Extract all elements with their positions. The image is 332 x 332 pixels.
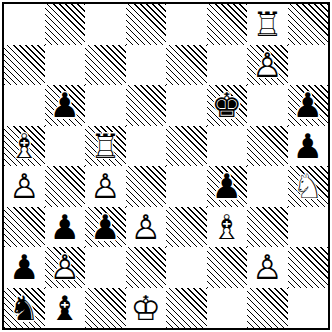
square-f1[interactable] (207, 288, 248, 329)
white-rook: ♜♖ (85, 126, 126, 167)
square-a5[interactable]: ♝♗ (4, 126, 45, 167)
black-pawn-icon: ♟ (293, 129, 323, 163)
black-pawn: ♟ (85, 207, 126, 248)
white-pawn: ♟♙ (247, 247, 288, 288)
black-pawn-icon: ♟ (90, 210, 120, 244)
white-rook-icon: ♖ (90, 129, 120, 163)
black-pawn-icon: ♟ (50, 210, 80, 244)
square-h4[interactable]: ♞♘ (288, 166, 329, 207)
square-e6[interactable] (166, 85, 207, 126)
square-g2[interactable]: ♟♙ (247, 247, 288, 288)
white-rook-icon: ♖ (252, 7, 282, 41)
square-h7[interactable] (288, 45, 329, 86)
square-b2[interactable]: ♟♙ (45, 247, 86, 288)
white-bishop: ♝♗ (207, 207, 248, 248)
square-a4[interactable]: ♟♙ (4, 166, 45, 207)
square-g4[interactable] (247, 166, 288, 207)
square-b4[interactable] (45, 166, 86, 207)
white-pawn-icon: ♙ (50, 250, 80, 284)
square-d8[interactable] (126, 4, 167, 45)
square-c7[interactable] (85, 45, 126, 86)
board-frame: ♜♖♟♙♟♚♟♝♗♜♖♟♟♙♟♙♟♞♘♟♟♟♙♝♗♟♟♙♟♙♞♝♚♔ (2, 2, 330, 330)
white-bishop: ♝♗ (4, 126, 45, 167)
square-d2[interactable] (126, 247, 167, 288)
black-pawn: ♟ (45, 85, 86, 126)
square-g8[interactable]: ♜♖ (247, 4, 288, 45)
black-pawn: ♟ (288, 85, 329, 126)
square-e5[interactable] (166, 126, 207, 167)
white-knight-icon: ♘ (293, 169, 323, 203)
black-king-icon: ♚ (212, 88, 242, 122)
square-a8[interactable] (4, 4, 45, 45)
square-h5[interactable]: ♟ (288, 126, 329, 167)
square-c1[interactable] (85, 288, 126, 329)
square-f8[interactable] (207, 4, 248, 45)
square-h6[interactable]: ♟ (288, 85, 329, 126)
square-h2[interactable] (288, 247, 329, 288)
white-pawn: ♟♙ (45, 247, 86, 288)
square-e7[interactable] (166, 45, 207, 86)
square-c8[interactable] (85, 4, 126, 45)
black-pawn: ♟ (288, 126, 329, 167)
chess-diagram: ♜♖♟♙♟♚♟♝♗♜♖♟♟♙♟♙♟♞♘♟♟♟♙♝♗♟♟♙♟♙♞♝♚♔ (0, 0, 332, 332)
white-pawn-icon: ♙ (252, 250, 282, 284)
white-pawn-icon: ♙ (9, 169, 39, 203)
square-d3[interactable]: ♟♙ (126, 207, 167, 248)
white-pawn-icon: ♙ (90, 169, 120, 203)
square-d6[interactable] (126, 85, 167, 126)
white-bishop-icon: ♗ (212, 210, 242, 244)
square-e3[interactable] (166, 207, 207, 248)
black-pawn: ♟ (45, 207, 86, 248)
square-g3[interactable] (247, 207, 288, 248)
square-e2[interactable] (166, 247, 207, 288)
black-pawn-icon: ♟ (293, 88, 323, 122)
square-c5[interactable]: ♜♖ (85, 126, 126, 167)
square-b6[interactable]: ♟ (45, 85, 86, 126)
square-d7[interactable] (126, 45, 167, 86)
square-a3[interactable] (4, 207, 45, 248)
square-f3[interactable]: ♝♗ (207, 207, 248, 248)
square-d4[interactable] (126, 166, 167, 207)
black-bishop: ♝ (45, 288, 86, 329)
square-f4[interactable]: ♟ (207, 166, 248, 207)
white-knight: ♞♘ (288, 166, 329, 207)
square-f6[interactable]: ♚ (207, 85, 248, 126)
square-a7[interactable] (4, 45, 45, 86)
square-b8[interactable] (45, 4, 86, 45)
black-knight-icon: ♞ (9, 291, 39, 325)
square-e1[interactable] (166, 288, 207, 329)
square-d1[interactable]: ♚♔ (126, 288, 167, 329)
square-g7[interactable]: ♟♙ (247, 45, 288, 86)
square-a1[interactable]: ♞ (4, 288, 45, 329)
white-king-icon: ♔ (131, 291, 161, 325)
black-pawn-icon: ♟ (50, 88, 80, 122)
square-e4[interactable] (166, 166, 207, 207)
square-b5[interactable] (45, 126, 86, 167)
black-pawn-icon: ♟ (212, 169, 242, 203)
square-c2[interactable] (85, 247, 126, 288)
white-pawn: ♟♙ (126, 207, 167, 248)
white-pawn: ♟♙ (85, 166, 126, 207)
square-g1[interactable] (247, 288, 288, 329)
black-pawn: ♟ (207, 166, 248, 207)
white-pawn-icon: ♙ (131, 210, 161, 244)
square-c3[interactable]: ♟ (85, 207, 126, 248)
white-bishop-icon: ♗ (9, 129, 39, 163)
square-b7[interactable] (45, 45, 86, 86)
black-pawn: ♟ (4, 247, 45, 288)
square-c6[interactable] (85, 85, 126, 126)
square-h1[interactable] (288, 288, 329, 329)
square-b1[interactable]: ♝ (45, 288, 86, 329)
white-pawn: ♟♙ (247, 45, 288, 86)
square-d5[interactable] (126, 126, 167, 167)
square-h8[interactable] (288, 4, 329, 45)
square-f5[interactable] (207, 126, 248, 167)
square-a6[interactable] (4, 85, 45, 126)
white-king: ♚♔ (126, 288, 167, 329)
square-c4[interactable]: ♟♙ (85, 166, 126, 207)
square-h3[interactable] (288, 207, 329, 248)
square-f7[interactable] (207, 45, 248, 86)
black-bishop-icon: ♝ (50, 291, 80, 325)
white-pawn-icon: ♙ (252, 48, 282, 82)
chess-board: ♜♖♟♙♟♚♟♝♗♜♖♟♟♙♟♙♟♞♘♟♟♟♙♝♗♟♟♙♟♙♞♝♚♔ (4, 4, 328, 328)
black-pawn-icon: ♟ (9, 250, 39, 284)
black-king: ♚ (207, 85, 248, 126)
square-e8[interactable] (166, 4, 207, 45)
square-a2[interactable]: ♟ (4, 247, 45, 288)
square-f2[interactable] (207, 247, 248, 288)
black-knight: ♞ (4, 288, 45, 329)
square-g5[interactable] (247, 126, 288, 167)
square-b3[interactable]: ♟ (45, 207, 86, 248)
square-g6[interactable] (247, 85, 288, 126)
white-rook: ♜♖ (247, 4, 288, 45)
white-pawn: ♟♙ (4, 166, 45, 207)
